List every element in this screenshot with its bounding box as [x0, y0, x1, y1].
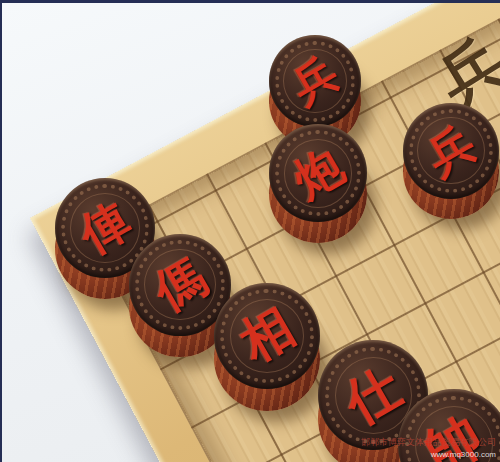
- piece-elephant[interactable]: 相: [214, 283, 320, 408]
- watermark-url: www.mq3000.com: [431, 450, 496, 459]
- piece-face: 相: [214, 283, 320, 389]
- piece-face: 兵: [269, 35, 361, 127]
- photo-backdrop: 兵 兵 兵 炮 俥: [0, 0, 500, 462]
- piece-soldier-2[interactable]: 兵: [403, 103, 499, 216]
- piece-face: 炮: [269, 124, 367, 222]
- piece-cannon[interactable]: 炮: [269, 124, 367, 240]
- piece-face: 兵: [403, 103, 499, 199]
- watermark-company: 邯郸市博弈文体用品贸易有限公司: [361, 436, 496, 449]
